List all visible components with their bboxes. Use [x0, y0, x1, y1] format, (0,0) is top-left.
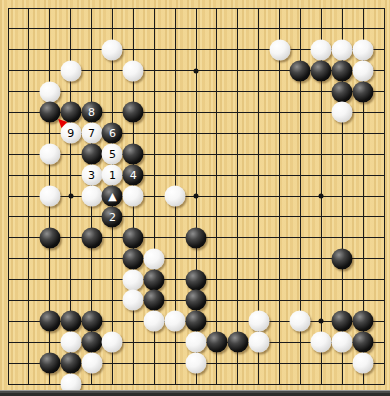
intersection[interactable]	[123, 102, 144, 123]
intersection[interactable]	[206, 290, 227, 311]
intersection[interactable]	[374, 311, 390, 332]
intersection[interactable]	[374, 102, 390, 123]
intersection[interactable]	[311, 18, 332, 39]
intersection[interactable]	[165, 18, 186, 39]
intersection[interactable]	[81, 353, 102, 374]
intersection[interactable]	[18, 227, 39, 248]
intersection[interactable]	[165, 39, 186, 60]
intersection[interactable]	[18, 123, 39, 144]
intersection[interactable]	[18, 0, 39, 18]
intersection[interactable]	[311, 353, 332, 374]
intersection[interactable]	[332, 311, 353, 332]
intersection[interactable]	[227, 311, 248, 332]
intersection[interactable]	[206, 186, 227, 207]
intersection[interactable]	[248, 206, 269, 227]
intersection[interactable]	[60, 353, 81, 374]
intersection[interactable]	[0, 332, 18, 353]
intersection[interactable]	[248, 39, 269, 60]
intersection[interactable]	[123, 248, 144, 269]
intersection[interactable]	[102, 290, 123, 311]
intersection[interactable]	[186, 227, 207, 248]
intersection[interactable]	[353, 311, 374, 332]
intersection[interactable]	[60, 60, 81, 81]
intersection[interactable]	[227, 81, 248, 102]
intersection[interactable]	[39, 123, 60, 144]
intersection[interactable]	[165, 353, 186, 374]
intersection[interactable]	[269, 18, 290, 39]
intersection[interactable]	[332, 186, 353, 207]
intersection[interactable]	[311, 332, 332, 353]
intersection[interactable]	[81, 186, 102, 207]
intersection[interactable]	[123, 81, 144, 102]
intersection[interactable]	[39, 311, 60, 332]
intersection[interactable]	[290, 332, 311, 353]
intersection[interactable]: ▲	[102, 186, 123, 207]
intersection[interactable]	[0, 0, 18, 18]
intersection[interactable]	[290, 248, 311, 269]
intersection[interactable]	[311, 269, 332, 290]
intersection[interactable]	[186, 311, 207, 332]
intersection[interactable]	[206, 311, 227, 332]
intersection[interactable]	[227, 18, 248, 39]
intersection[interactable]	[81, 290, 102, 311]
intersection[interactable]	[227, 269, 248, 290]
intersection[interactable]	[311, 165, 332, 186]
intersection[interactable]	[248, 311, 269, 332]
intersection[interactable]	[332, 332, 353, 353]
intersection[interactable]	[248, 0, 269, 18]
intersection[interactable]	[374, 186, 390, 207]
intersection[interactable]	[39, 102, 60, 123]
intersection[interactable]	[227, 227, 248, 248]
intersection[interactable]	[206, 227, 227, 248]
intersection[interactable]: 7	[81, 123, 102, 144]
intersection[interactable]	[290, 165, 311, 186]
intersection[interactable]	[123, 39, 144, 60]
intersection[interactable]	[311, 39, 332, 60]
intersection[interactable]: 2	[102, 206, 123, 227]
intersection[interactable]: 6	[102, 123, 123, 144]
intersection[interactable]	[144, 290, 165, 311]
intersection[interactable]	[269, 248, 290, 269]
intersection[interactable]	[144, 102, 165, 123]
intersection[interactable]	[165, 290, 186, 311]
intersection[interactable]	[290, 144, 311, 165]
intersection[interactable]	[332, 123, 353, 144]
intersection[interactable]	[248, 165, 269, 186]
intersection[interactable]	[144, 0, 165, 18]
intersection[interactable]	[186, 290, 207, 311]
intersection[interactable]	[81, 332, 102, 353]
intersection[interactable]	[60, 227, 81, 248]
intersection[interactable]	[186, 269, 207, 290]
intersection[interactable]	[165, 144, 186, 165]
intersection[interactable]	[290, 123, 311, 144]
intersection[interactable]	[165, 227, 186, 248]
intersection[interactable]	[18, 165, 39, 186]
intersection[interactable]	[248, 186, 269, 207]
intersection[interactable]	[353, 0, 374, 18]
intersection[interactable]	[0, 39, 18, 60]
intersection[interactable]	[269, 290, 290, 311]
intersection[interactable]	[81, 18, 102, 39]
intersection[interactable]	[186, 144, 207, 165]
intersection[interactable]	[123, 186, 144, 207]
intersection[interactable]	[39, 165, 60, 186]
intersection[interactable]	[18, 353, 39, 374]
intersection[interactable]	[18, 269, 39, 290]
intersection[interactable]	[353, 290, 374, 311]
intersection[interactable]	[39, 0, 60, 18]
intersection[interactable]	[374, 332, 390, 353]
intersection[interactable]	[144, 144, 165, 165]
intersection[interactable]	[165, 248, 186, 269]
intersection[interactable]	[353, 332, 374, 353]
intersection[interactable]	[102, 0, 123, 18]
intersection[interactable]	[60, 332, 81, 353]
intersection[interactable]	[311, 60, 332, 81]
intersection[interactable]	[332, 269, 353, 290]
intersection[interactable]	[81, 269, 102, 290]
intersection[interactable]	[206, 353, 227, 374]
intersection[interactable]	[123, 0, 144, 18]
intersection[interactable]	[206, 102, 227, 123]
intersection[interactable]	[206, 269, 227, 290]
intersection[interactable]	[165, 186, 186, 207]
intersection[interactable]	[39, 18, 60, 39]
intersection[interactable]	[18, 39, 39, 60]
intersection[interactable]	[0, 227, 18, 248]
intersection[interactable]	[18, 18, 39, 39]
intersection[interactable]	[374, 39, 390, 60]
intersection[interactable]	[290, 311, 311, 332]
intersection[interactable]	[39, 290, 60, 311]
intersection[interactable]	[290, 102, 311, 123]
intersection[interactable]	[186, 81, 207, 102]
intersection[interactable]	[269, 186, 290, 207]
intersection[interactable]	[60, 206, 81, 227]
intersection[interactable]	[60, 248, 81, 269]
intersection[interactable]	[81, 144, 102, 165]
intersection[interactable]	[311, 227, 332, 248]
intersection[interactable]	[144, 123, 165, 144]
intersection[interactable]	[123, 206, 144, 227]
intersection[interactable]	[248, 290, 269, 311]
intersection[interactable]	[0, 123, 18, 144]
intersection[interactable]	[165, 102, 186, 123]
intersection[interactable]	[353, 206, 374, 227]
intersection[interactable]	[311, 144, 332, 165]
intersection[interactable]	[186, 123, 207, 144]
intersection[interactable]	[374, 0, 390, 18]
intersection[interactable]	[269, 227, 290, 248]
intersection[interactable]	[123, 123, 144, 144]
intersection[interactable]	[165, 165, 186, 186]
intersection[interactable]	[269, 353, 290, 374]
intersection[interactable]	[374, 353, 390, 374]
intersection[interactable]	[60, 81, 81, 102]
intersection[interactable]	[374, 290, 390, 311]
intersection[interactable]	[248, 353, 269, 374]
intersection[interactable]	[248, 144, 269, 165]
intersection[interactable]	[123, 18, 144, 39]
intersection[interactable]	[60, 18, 81, 39]
intersection[interactable]	[248, 332, 269, 353]
intersection[interactable]	[102, 227, 123, 248]
intersection[interactable]	[0, 206, 18, 227]
intersection[interactable]	[269, 123, 290, 144]
intersection[interactable]	[248, 60, 269, 81]
intersection[interactable]	[290, 269, 311, 290]
intersection[interactable]	[206, 144, 227, 165]
intersection[interactable]	[290, 186, 311, 207]
intersection[interactable]	[206, 206, 227, 227]
intersection[interactable]	[39, 353, 60, 374]
intersection[interactable]	[269, 144, 290, 165]
intersection[interactable]	[186, 206, 207, 227]
intersection[interactable]	[311, 123, 332, 144]
intersection[interactable]	[227, 332, 248, 353]
intersection[interactable]	[60, 311, 81, 332]
intersection[interactable]	[165, 269, 186, 290]
intersection[interactable]	[353, 144, 374, 165]
intersection[interactable]	[144, 60, 165, 81]
intersection[interactable]	[81, 206, 102, 227]
intersection[interactable]	[269, 60, 290, 81]
intersection[interactable]	[269, 311, 290, 332]
intersection[interactable]	[353, 165, 374, 186]
intersection[interactable]	[374, 165, 390, 186]
intersection[interactable]	[102, 81, 123, 102]
intersection[interactable]	[311, 290, 332, 311]
intersection[interactable]	[186, 353, 207, 374]
intersection[interactable]	[290, 290, 311, 311]
intersection[interactable]	[248, 18, 269, 39]
intersection[interactable]	[227, 165, 248, 186]
intersection[interactable]	[186, 18, 207, 39]
intersection[interactable]	[102, 39, 123, 60]
intersection[interactable]	[18, 60, 39, 81]
intersection[interactable]	[248, 248, 269, 269]
intersection[interactable]	[311, 102, 332, 123]
intersection[interactable]	[60, 186, 81, 207]
intersection[interactable]	[269, 206, 290, 227]
intersection[interactable]	[374, 123, 390, 144]
intersection[interactable]	[353, 39, 374, 60]
intersection[interactable]	[81, 0, 102, 18]
intersection[interactable]	[102, 102, 123, 123]
intersection[interactable]	[353, 227, 374, 248]
intersection[interactable]	[227, 102, 248, 123]
intersection[interactable]	[144, 165, 165, 186]
intersection[interactable]	[18, 186, 39, 207]
intersection[interactable]	[353, 81, 374, 102]
intersection[interactable]	[332, 0, 353, 18]
intersection[interactable]	[248, 269, 269, 290]
intersection[interactable]	[81, 311, 102, 332]
intersection[interactable]	[374, 227, 390, 248]
intersection[interactable]	[123, 269, 144, 290]
intersection[interactable]	[290, 18, 311, 39]
intersection[interactable]	[332, 248, 353, 269]
intersection[interactable]	[102, 311, 123, 332]
intersection[interactable]	[123, 227, 144, 248]
intersection[interactable]	[269, 81, 290, 102]
intersection[interactable]	[0, 102, 18, 123]
intersection[interactable]	[39, 332, 60, 353]
intersection[interactable]	[332, 165, 353, 186]
intersection[interactable]	[0, 60, 18, 81]
intersection[interactable]	[144, 227, 165, 248]
intersection[interactable]	[227, 290, 248, 311]
intersection[interactable]	[353, 18, 374, 39]
intersection[interactable]	[186, 102, 207, 123]
intersection[interactable]	[39, 39, 60, 60]
intersection[interactable]	[269, 102, 290, 123]
intersection[interactable]	[186, 60, 207, 81]
intersection[interactable]	[227, 144, 248, 165]
intersection[interactable]	[227, 60, 248, 81]
intersection[interactable]	[102, 248, 123, 269]
intersection[interactable]	[227, 353, 248, 374]
intersection[interactable]	[269, 332, 290, 353]
intersection[interactable]	[81, 227, 102, 248]
intersection[interactable]	[39, 81, 60, 102]
intersection[interactable]	[102, 269, 123, 290]
intersection[interactable]	[311, 311, 332, 332]
intersection[interactable]	[227, 186, 248, 207]
intersection[interactable]	[248, 81, 269, 102]
intersection[interactable]	[353, 248, 374, 269]
intersection[interactable]	[81, 81, 102, 102]
intersection[interactable]	[290, 206, 311, 227]
intersection[interactable]	[60, 102, 81, 123]
intersection[interactable]	[186, 186, 207, 207]
intersection[interactable]	[332, 206, 353, 227]
intersection[interactable]	[206, 165, 227, 186]
intersection[interactable]	[0, 186, 18, 207]
intersection[interactable]	[290, 0, 311, 18]
intersection[interactable]	[227, 206, 248, 227]
intersection[interactable]	[144, 186, 165, 207]
intersection[interactable]	[165, 60, 186, 81]
intersection[interactable]	[123, 311, 144, 332]
intersection[interactable]	[0, 18, 18, 39]
intersection[interactable]	[290, 60, 311, 81]
intersection[interactable]	[269, 39, 290, 60]
intersection[interactable]	[311, 81, 332, 102]
intersection[interactable]	[0, 290, 18, 311]
intersection[interactable]	[60, 0, 81, 18]
intersection[interactable]	[206, 60, 227, 81]
intersection[interactable]: 8	[81, 102, 102, 123]
intersection[interactable]	[332, 144, 353, 165]
intersection[interactable]	[186, 332, 207, 353]
intersection[interactable]	[144, 248, 165, 269]
intersection[interactable]	[353, 269, 374, 290]
intersection[interactable]	[353, 353, 374, 374]
intersection[interactable]	[374, 60, 390, 81]
intersection[interactable]	[165, 332, 186, 353]
intersection[interactable]	[60, 290, 81, 311]
intersection[interactable]	[165, 81, 186, 102]
intersection[interactable]	[332, 227, 353, 248]
intersection[interactable]	[290, 39, 311, 60]
intersection[interactable]	[206, 18, 227, 39]
intersection[interactable]	[186, 39, 207, 60]
intersection[interactable]	[0, 311, 18, 332]
intersection[interactable]: 4	[123, 165, 144, 186]
intersection[interactable]	[165, 0, 186, 18]
intersection[interactable]	[353, 186, 374, 207]
intersection[interactable]	[374, 248, 390, 269]
intersection[interactable]	[269, 0, 290, 18]
intersection[interactable]	[332, 39, 353, 60]
intersection[interactable]	[144, 18, 165, 39]
intersection[interactable]	[0, 81, 18, 102]
intersection[interactable]	[206, 0, 227, 18]
intersection[interactable]	[227, 248, 248, 269]
intersection[interactable]: 1	[102, 165, 123, 186]
intersection[interactable]	[374, 206, 390, 227]
intersection[interactable]	[39, 227, 60, 248]
intersection[interactable]	[144, 81, 165, 102]
intersection[interactable]	[39, 144, 60, 165]
intersection[interactable]	[311, 248, 332, 269]
intersection[interactable]	[290, 353, 311, 374]
intersection[interactable]	[60, 269, 81, 290]
intersection[interactable]	[39, 60, 60, 81]
intersection[interactable]	[206, 248, 227, 269]
intersection[interactable]	[311, 0, 332, 18]
intersection[interactable]	[123, 60, 144, 81]
intersection[interactable]	[81, 248, 102, 269]
intersection[interactable]	[18, 290, 39, 311]
intersection[interactable]	[206, 332, 227, 353]
intersection[interactable]	[18, 81, 39, 102]
intersection[interactable]	[18, 332, 39, 353]
intersection[interactable]	[102, 60, 123, 81]
intersection[interactable]	[186, 248, 207, 269]
intersection[interactable]	[0, 144, 18, 165]
intersection[interactable]	[332, 18, 353, 39]
intersection[interactable]	[227, 39, 248, 60]
intersection[interactable]	[123, 144, 144, 165]
intersection[interactable]	[18, 311, 39, 332]
intersection[interactable]	[353, 123, 374, 144]
intersection[interactable]	[311, 206, 332, 227]
intersection[interactable]	[144, 353, 165, 374]
intersection[interactable]	[60, 165, 81, 186]
intersection[interactable]	[248, 227, 269, 248]
intersection[interactable]	[0, 269, 18, 290]
intersection[interactable]	[311, 186, 332, 207]
intersection[interactable]: 5	[102, 144, 123, 165]
intersection[interactable]	[269, 165, 290, 186]
intersection[interactable]	[144, 39, 165, 60]
intersection[interactable]	[374, 144, 390, 165]
intersection[interactable]	[0, 353, 18, 374]
intersection[interactable]	[290, 81, 311, 102]
intersection[interactable]	[353, 102, 374, 123]
intersection[interactable]	[332, 81, 353, 102]
intersection[interactable]	[39, 186, 60, 207]
go-board[interactable]: 89765314▲2	[0, 0, 390, 394]
intersection[interactable]	[144, 269, 165, 290]
intersection[interactable]	[39, 269, 60, 290]
intersection[interactable]	[144, 311, 165, 332]
intersection[interactable]	[165, 206, 186, 227]
